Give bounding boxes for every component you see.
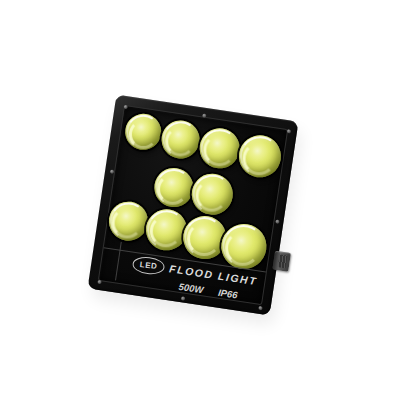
led-chip <box>180 213 229 262</box>
led-chip <box>218 220 269 271</box>
led-chip <box>197 126 242 171</box>
mounting-bracket-knob <box>272 251 291 272</box>
product-photo: LED FLOOD LIGHT 500W IP66 <box>0 0 400 400</box>
led-chip <box>189 170 236 217</box>
led-logo-text: LED <box>139 261 157 271</box>
led-chip <box>106 198 150 242</box>
led-chip <box>236 132 284 180</box>
led-chip <box>151 165 195 209</box>
floodlight-body: LED FLOOD LIGHT 500W IP66 <box>88 94 299 315</box>
led-chip <box>123 111 164 152</box>
led-chip <box>159 118 202 161</box>
led-chip <box>143 206 190 253</box>
